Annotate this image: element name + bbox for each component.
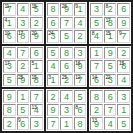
cage-sum: 13 xyxy=(92,118,97,123)
cell-digit: 3 xyxy=(34,119,39,129)
cell-r2c6[interactable]: 4 xyxy=(74,17,87,30)
cage-sum: 17 xyxy=(18,31,23,36)
cage-sum: 13 xyxy=(32,105,37,110)
cell-digit: 6 xyxy=(108,92,113,102)
cell-r1c2[interactable]: 4 xyxy=(17,3,30,16)
cell-r7c4[interactable]: 2 xyxy=(47,90,60,103)
cell-digit: 4 xyxy=(94,31,99,41)
cell-r2c7[interactable]: 5 xyxy=(90,17,103,30)
cell-r5c2[interactable]: 2 xyxy=(17,60,30,73)
cell-r1c6[interactable]: 91 xyxy=(74,3,87,16)
cell-r4c7[interactable]: 1 xyxy=(90,47,103,60)
cell-r6c8[interactable]: 223 xyxy=(104,74,117,87)
cell-digit: 6 xyxy=(121,4,126,14)
cage-sum: 16 xyxy=(75,61,80,66)
cage-sum: 24 xyxy=(48,31,53,36)
cage-sum: 12 xyxy=(75,75,80,80)
cell-r5c7[interactable]: 7 xyxy=(90,60,103,73)
cell-digit: 5 xyxy=(7,75,12,85)
cell-r6c9[interactable]: 4 xyxy=(117,74,130,87)
cell-r5c4[interactable]: 4 xyxy=(47,60,60,73)
cage-sum: 9 xyxy=(119,31,121,36)
cell-digit: 8 xyxy=(50,4,55,14)
cell-digit: 2 xyxy=(20,61,25,71)
block-9: 86327113945 xyxy=(89,89,131,131)
cell-digit: 5 xyxy=(64,31,69,41)
cell-digit: 4 xyxy=(108,119,113,129)
cell-r8c6[interactable]: 86 xyxy=(74,104,87,117)
cage-sum: 26 xyxy=(62,4,67,9)
cell-r3c6[interactable]: 2 xyxy=(74,30,87,43)
cell-r7c5[interactable]: 4 xyxy=(60,90,73,103)
cell-r3c5[interactable]: 5 xyxy=(60,30,73,43)
cell-r7c1[interactable]: 9 xyxy=(3,90,16,103)
cell-digit: 2 xyxy=(121,48,126,58)
cell-r8c9[interactable]: 1 xyxy=(117,104,130,117)
cell-digit: 5 xyxy=(50,48,55,58)
cage-sum: 17 xyxy=(105,18,110,23)
cage-sum: 20 xyxy=(32,31,37,36)
cell-digit: 5 xyxy=(108,61,113,71)
cell-digit: 2 xyxy=(94,105,99,115)
block-8: 2459386718 xyxy=(46,89,88,131)
cell-r6c2[interactable]: 259 xyxy=(17,74,30,87)
cell-r4c8[interactable]: 9 xyxy=(104,47,117,60)
cell-digit: 3 xyxy=(20,18,25,28)
cell-r5c6[interactable]: 169 xyxy=(74,60,87,73)
block-4: 4761732515259158 xyxy=(2,46,44,88)
cell-digit: 9 xyxy=(121,18,126,28)
cage-sum: 14 xyxy=(92,75,97,80)
cell-r2c1[interactable]: 41 xyxy=(3,17,16,30)
cell-r4c9[interactable]: 2 xyxy=(117,47,130,60)
cell-digit: 1 xyxy=(50,75,55,85)
cell-r5c1[interactable]: 173 xyxy=(3,60,16,73)
cell-r6c3[interactable]: 158 xyxy=(30,74,43,87)
cell-digit: 8 xyxy=(78,119,83,129)
cell-digit: 8 xyxy=(94,92,99,102)
cell-digit: 2 xyxy=(50,92,55,102)
killer-sudoku-board: 1174155413210617820982699167424352382651… xyxy=(0,0,133,133)
block-7: 917851342963 xyxy=(2,89,44,131)
cell-r7c9[interactable]: 3 xyxy=(117,90,130,103)
cell-r3c7[interactable]: 84 xyxy=(90,30,103,43)
cell-r1c1[interactable]: 117 xyxy=(3,3,16,16)
cell-r4c4[interactable]: 5 xyxy=(47,47,60,60)
cage-sum: 8 xyxy=(75,105,77,110)
cell-r5c9[interactable]: 158 xyxy=(117,60,130,73)
cell-digit: 6 xyxy=(34,48,39,58)
cell-r8c3[interactable]: 134 xyxy=(30,104,43,117)
cell-digit: 3 xyxy=(78,48,83,58)
cell-digit: 7 xyxy=(34,92,39,102)
cell-digit: 1 xyxy=(64,119,69,129)
cell-digit: 5 xyxy=(20,105,25,115)
cell-r6c4[interactable]: 31 xyxy=(47,74,60,87)
cell-r7c7[interactable]: 8 xyxy=(90,90,103,103)
cell-digit: 5 xyxy=(121,119,126,129)
cell-r8c2[interactable]: 5 xyxy=(17,104,30,117)
cage-sum: 22 xyxy=(105,75,110,80)
cell-digit: 9 xyxy=(108,48,113,58)
cell-r7c6[interactable]: 5 xyxy=(74,90,87,103)
cell-r9c2[interactable]: 96 xyxy=(17,117,30,130)
cell-r4c5[interactable]: 8 xyxy=(60,47,73,60)
cell-digit: 7 xyxy=(64,18,69,28)
cell-r3c4[interactable]: 243 xyxy=(47,30,60,43)
cell-r8c5[interactable]: 3 xyxy=(60,104,73,117)
cage-sum: 11 xyxy=(5,4,10,9)
cell-digit: 9 xyxy=(7,92,12,102)
cell-r1c7[interactable]: 3 xyxy=(90,3,103,16)
cage-sum: 17 xyxy=(5,61,10,66)
cell-digit: 1 xyxy=(7,18,12,28)
cage-sum: 8 xyxy=(105,4,107,9)
cell-r4c2[interactable]: 7 xyxy=(17,47,30,60)
block-2: 82699167424352 xyxy=(46,2,88,44)
cell-r7c2[interactable]: 1 xyxy=(17,90,30,103)
cage-sum: 25 xyxy=(18,75,23,80)
cell-digit: 8 xyxy=(64,48,69,58)
cell-digit: 5 xyxy=(94,18,99,28)
cell-r2c8[interactable]: 178 xyxy=(104,17,117,30)
cell-r4c6[interactable]: 3 xyxy=(74,47,87,60)
cell-digit: 2 xyxy=(78,31,83,41)
cell-r6c7[interactable]: 146 xyxy=(90,74,103,87)
cell-r7c3[interactable]: 7 xyxy=(30,90,43,103)
cell-digit: 9 xyxy=(50,105,55,115)
cell-digit: 2 xyxy=(108,4,113,14)
cell-digit: 4 xyxy=(78,18,83,28)
cell-r6c5[interactable]: 252 xyxy=(60,74,73,87)
cage-sum: 5 xyxy=(32,61,34,66)
cell-digit: 6 xyxy=(50,18,55,28)
cell-digit: 7 xyxy=(121,31,126,41)
cell-r7c8[interactable]: 6 xyxy=(104,90,117,103)
cell-r4c3[interactable]: 6 xyxy=(30,47,43,60)
cell-r5c8[interactable]: 5 xyxy=(104,60,117,73)
cell-digit: 1 xyxy=(94,48,99,58)
cell-digit: 2 xyxy=(7,119,12,129)
cell-r8c7[interactable]: 2 xyxy=(90,104,103,117)
cell-r6c6[interactable]: 127 xyxy=(74,74,87,87)
cell-digit: 1 xyxy=(121,105,126,115)
cell-digit: 4 xyxy=(121,75,126,85)
cage-sum: 15 xyxy=(105,31,110,36)
cell-digit: 3 xyxy=(94,4,99,14)
cell-digit: 7 xyxy=(108,105,113,115)
cell-r9c4[interactable]: 7 xyxy=(47,117,60,130)
cell-r2c2[interactable]: 3 xyxy=(17,17,30,30)
cell-digit: 1 xyxy=(20,92,25,102)
cell-r8c4[interactable]: 9 xyxy=(47,104,60,117)
cell-r3c2[interactable]: 178 xyxy=(17,30,30,43)
cell-digit: 6 xyxy=(20,119,25,129)
cell-r6c1[interactable]: 5 xyxy=(3,74,16,87)
cell-r5c3[interactable]: 51 xyxy=(30,60,43,73)
block-1: 11741554132106178209 xyxy=(2,2,44,44)
block-5: 5834616931252127 xyxy=(46,46,88,88)
cell-r1c9[interactable]: 6 xyxy=(117,3,130,16)
cell-digit: 8 xyxy=(7,105,12,115)
cage-sum: 15 xyxy=(119,61,124,66)
cell-r9c1[interactable]: 2 xyxy=(3,117,16,130)
cage-sum: 15 xyxy=(32,75,37,80)
cell-r9c6[interactable]: 8 xyxy=(74,117,87,130)
cell-digit: 4 xyxy=(64,92,69,102)
cell-r9c9[interactable]: 5 xyxy=(117,117,130,130)
cell-digit: 1 xyxy=(34,61,39,71)
cage-sum: 9 xyxy=(18,118,20,123)
cell-digit: 6 xyxy=(78,105,83,115)
cell-r4c1[interactable]: 4 xyxy=(3,47,16,60)
cell-digit: 7 xyxy=(94,61,99,71)
cell-r3c3[interactable]: 209 xyxy=(30,30,43,43)
cell-r1c8[interactable]: 82 xyxy=(104,3,117,16)
cage-sum: 25 xyxy=(62,75,67,80)
cell-r1c4[interactable]: 8 xyxy=(47,3,60,16)
cage-sum: 9 xyxy=(75,4,77,9)
cell-digit: 3 xyxy=(121,92,126,102)
cell-r9c7[interactable]: 139 xyxy=(90,117,103,130)
cell-r8c1[interactable]: 8 xyxy=(3,104,16,117)
cell-r2c4[interactable]: 6 xyxy=(47,17,60,30)
cell-digit: 4 xyxy=(20,4,25,14)
cell-r9c5[interactable]: 1 xyxy=(60,117,73,130)
cell-digit: 1 xyxy=(78,4,83,14)
cage-sum: 3 xyxy=(48,75,50,80)
block-3: 3826517898415197 xyxy=(89,2,131,44)
cell-r3c8[interactable]: 151 xyxy=(104,30,117,43)
cage-sum: 8 xyxy=(92,31,94,36)
block-6: 192751581462234 xyxy=(89,46,131,88)
cell-r1c5[interactable]: 269 xyxy=(60,3,73,16)
cell-r9c8[interactable]: 4 xyxy=(104,117,117,130)
cell-digit: 6 xyxy=(64,61,69,71)
cage-sum: 4 xyxy=(5,18,7,23)
cell-r2c9[interactable]: 9 xyxy=(117,17,130,30)
cell-r2c3[interactable]: 2 xyxy=(30,17,43,30)
cage-sum: 15 xyxy=(32,4,37,9)
cell-r8c8[interactable]: 7 xyxy=(104,104,117,117)
cell-digit: 3 xyxy=(64,105,69,115)
cell-digit: 4 xyxy=(50,61,55,71)
cage-sum: 10 xyxy=(5,31,10,36)
cell-r3c9[interactable]: 97 xyxy=(117,30,130,43)
cell-r3c1[interactable]: 106 xyxy=(3,30,16,43)
cell-digit: 5 xyxy=(78,92,83,102)
cell-r2c5[interactable]: 7 xyxy=(60,17,73,30)
cell-digit: 4 xyxy=(7,48,12,58)
cell-digit: 7 xyxy=(50,119,55,129)
cell-r5c5[interactable]: 6 xyxy=(60,60,73,73)
cell-digit: 2 xyxy=(34,18,39,28)
cell-r1c3[interactable]: 155 xyxy=(30,3,43,16)
cell-r9c3[interactable]: 3 xyxy=(30,117,43,130)
cell-digit: 7 xyxy=(20,48,25,58)
